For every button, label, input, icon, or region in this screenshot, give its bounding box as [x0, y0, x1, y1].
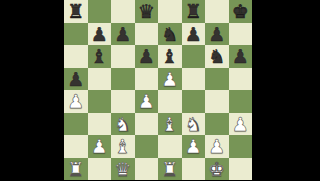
- piece-black-pawn: ♟: [111, 23, 135, 46]
- piece-white-queen: ♛: [111, 158, 135, 181]
- square-e1[interactable]: ♜: [158, 158, 182, 181]
- square-h6[interactable]: ♟: [229, 45, 253, 68]
- square-f5[interactable]: [182, 68, 206, 91]
- square-c8[interactable]: [111, 0, 135, 23]
- square-f6[interactable]: [182, 45, 206, 68]
- square-h7[interactable]: [229, 23, 253, 46]
- square-g1[interactable]: ♚: [205, 158, 229, 181]
- square-c1[interactable]: ♛: [111, 158, 135, 181]
- piece-black-pawn: ♟: [88, 23, 112, 46]
- piece-white-knight: ♞: [182, 113, 206, 136]
- square-c5[interactable]: [111, 68, 135, 91]
- piece-black-pawn: ♟: [205, 23, 229, 46]
- square-c6[interactable]: [111, 45, 135, 68]
- piece-black-pawn: ♟: [229, 45, 253, 68]
- square-a2[interactable]: [64, 135, 88, 158]
- square-c4[interactable]: [111, 90, 135, 113]
- square-d1[interactable]: [135, 158, 159, 181]
- square-e6[interactable]: ♝: [158, 45, 182, 68]
- square-h4[interactable]: [229, 90, 253, 113]
- square-d2[interactable]: [135, 135, 159, 158]
- piece-black-bishop: ♝: [158, 45, 182, 68]
- piece-black-pawn: ♟: [182, 23, 206, 46]
- square-h2[interactable]: [229, 135, 253, 158]
- piece-black-rook: ♜: [64, 0, 88, 23]
- square-d6[interactable]: ♟: [135, 45, 159, 68]
- square-b6[interactable]: ♝: [88, 45, 112, 68]
- square-g3[interactable]: [205, 113, 229, 136]
- square-d8[interactable]: ♛: [135, 0, 159, 23]
- square-h5[interactable]: [229, 68, 253, 91]
- piece-white-pawn: ♟: [64, 90, 88, 113]
- letterbox-right: [252, 0, 320, 180]
- square-a8[interactable]: ♜: [64, 0, 88, 23]
- square-a3[interactable]: [64, 113, 88, 136]
- square-h8[interactable]: ♚: [229, 0, 253, 23]
- square-a7[interactable]: [64, 23, 88, 46]
- square-c2[interactable]: ♝: [111, 135, 135, 158]
- piece-white-pawn: ♟: [135, 90, 159, 113]
- piece-black-king: ♚: [229, 0, 253, 23]
- square-c3[interactable]: ♞: [111, 113, 135, 136]
- piece-white-pawn: ♟: [88, 135, 112, 158]
- square-f8[interactable]: ♜: [182, 0, 206, 23]
- square-f1[interactable]: [182, 158, 206, 181]
- piece-black-knight: ♞: [158, 23, 182, 46]
- square-a6[interactable]: [64, 45, 88, 68]
- square-b2[interactable]: ♟: [88, 135, 112, 158]
- square-g2[interactable]: ♟: [205, 135, 229, 158]
- piece-black-pawn: ♟: [64, 68, 88, 91]
- piece-white-pawn: ♟: [205, 135, 229, 158]
- square-f7[interactable]: ♟: [182, 23, 206, 46]
- square-d4[interactable]: ♟: [135, 90, 159, 113]
- square-f2[interactable]: ♟: [182, 135, 206, 158]
- piece-white-pawn: ♟: [158, 68, 182, 91]
- square-b7[interactable]: ♟: [88, 23, 112, 46]
- letterbox-left: [0, 0, 64, 180]
- square-g7[interactable]: ♟: [205, 23, 229, 46]
- square-a4[interactable]: ♟: [64, 90, 88, 113]
- square-e5[interactable]: ♟: [158, 68, 182, 91]
- square-b3[interactable]: [88, 113, 112, 136]
- square-g4[interactable]: [205, 90, 229, 113]
- piece-white-bishop: ♝: [111, 135, 135, 158]
- square-b4[interactable]: [88, 90, 112, 113]
- square-e4[interactable]: [158, 90, 182, 113]
- square-e7[interactable]: ♞: [158, 23, 182, 46]
- piece-white-pawn: ♟: [182, 135, 206, 158]
- square-f3[interactable]: ♞: [182, 113, 206, 136]
- piece-white-rook: ♜: [158, 158, 182, 181]
- square-g5[interactable]: [205, 68, 229, 91]
- square-f4[interactable]: [182, 90, 206, 113]
- square-h1[interactable]: [229, 158, 253, 181]
- square-d3[interactable]: [135, 113, 159, 136]
- square-c7[interactable]: ♟: [111, 23, 135, 46]
- piece-white-bishop: ♝: [158, 113, 182, 136]
- piece-black-knight: ♞: [205, 45, 229, 68]
- piece-white-rook: ♜: [64, 158, 88, 181]
- square-b5[interactable]: [88, 68, 112, 91]
- square-a5[interactable]: ♟: [64, 68, 88, 91]
- square-e8[interactable]: [158, 0, 182, 23]
- square-d5[interactable]: [135, 68, 159, 91]
- piece-black-bishop: ♝: [88, 45, 112, 68]
- chess-board: ♜♛♜♚♟♟♞♟♟♝♟♝♞♟♟♟♟♟♞♝♞♟♟♝♟♟♜♛♜♚: [64, 0, 252, 180]
- square-e2[interactable]: [158, 135, 182, 158]
- square-a1[interactable]: ♜: [64, 158, 88, 181]
- square-g6[interactable]: ♞: [205, 45, 229, 68]
- video-frame: ♜♛♜♚♟♟♞♟♟♝♟♝♞♟♟♟♟♟♞♝♞♟♟♝♟♟♜♛♜♚: [0, 0, 320, 180]
- square-e3[interactable]: ♝: [158, 113, 182, 136]
- square-b1[interactable]: [88, 158, 112, 181]
- square-g8[interactable]: [205, 0, 229, 23]
- square-d7[interactable]: [135, 23, 159, 46]
- square-b8[interactable]: [88, 0, 112, 23]
- piece-white-king: ♚: [205, 158, 229, 181]
- piece-black-rook: ♜: [182, 0, 206, 23]
- piece-white-pawn: ♟: [229, 113, 253, 136]
- piece-black-queen: ♛: [135, 0, 159, 23]
- piece-black-pawn: ♟: [135, 45, 159, 68]
- square-h3[interactable]: ♟: [229, 113, 253, 136]
- piece-white-knight: ♞: [111, 113, 135, 136]
